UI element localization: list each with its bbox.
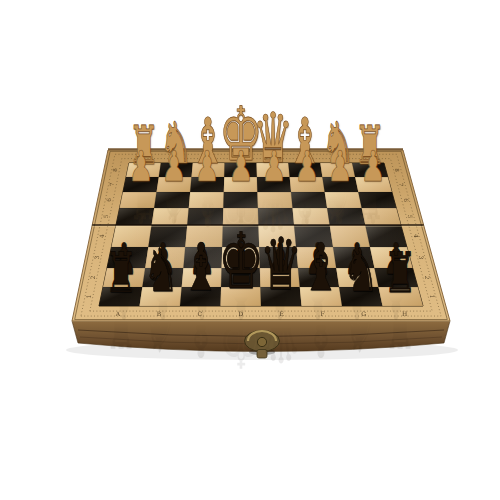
piece-g1[interactable]: ♞	[343, 241, 378, 301]
piece-b7[interactable]: ♟	[162, 145, 187, 187]
rank-label-left-3: 3	[93, 255, 100, 259]
file-label-C: C	[198, 310, 203, 317]
rank-label-left-1: 1	[85, 294, 92, 298]
file-label-D: D	[238, 310, 243, 317]
rank-label-right-5: 5	[407, 215, 413, 219]
file-label-B: B	[157, 310, 162, 317]
rank-label-right-6: 6	[403, 198, 409, 202]
rank-label-right-7: 7	[398, 183, 404, 187]
file-label-A: A	[115, 310, 121, 317]
piece-b1[interactable]: ♞	[143, 241, 178, 301]
rank-label-left-8: 8	[113, 168, 119, 172]
rank-label-left-2: 2	[89, 275, 96, 279]
file-label-H: H	[402, 310, 407, 317]
piece-e7[interactable]: ♟	[261, 145, 286, 187]
chess-set-photo: ABCDEFGH1122334455667788 ♜♜♞♞♝♝♚♚♛♛♝♝♞♞♜…	[0, 0, 500, 500]
piece-f1[interactable]: ♝	[301, 235, 340, 301]
rank-label-right-3: 3	[418, 256, 425, 260]
piece-h7[interactable]: ♟	[361, 145, 386, 187]
rank-label-left-6: 6	[106, 198, 112, 202]
rank-label-right-2: 2	[424, 276, 431, 280]
rank-label-left-4: 4	[99, 234, 105, 238]
piece-c1[interactable]: ♝	[181, 235, 220, 301]
piece-a1[interactable]: ♜	[104, 245, 137, 301]
piece-c7[interactable]: ♟	[195, 145, 220, 187]
piece-h1[interactable]: ♜	[384, 245, 417, 301]
rank-label-right-1: 1	[429, 295, 436, 299]
file-label-E: E	[280, 310, 284, 317]
piece-a7[interactable]: ♟	[129, 145, 154, 187]
file-label-G: G	[361, 310, 366, 317]
rank-label-left-7: 7	[109, 182, 115, 186]
piece-e1[interactable]: ♛	[259, 229, 301, 301]
rank-label-right-8: 8	[394, 168, 400, 172]
rank-label-left-5: 5	[103, 214, 109, 218]
piece-g7[interactable]: ♟	[328, 145, 353, 187]
piece-f7[interactable]: ♟	[294, 145, 319, 187]
piece-d1[interactable]: ♚	[218, 223, 264, 301]
piece-d7[interactable]: ♟	[228, 145, 253, 187]
rank-label-right-4: 4	[413, 234, 419, 238]
file-label-F: F	[321, 310, 325, 317]
